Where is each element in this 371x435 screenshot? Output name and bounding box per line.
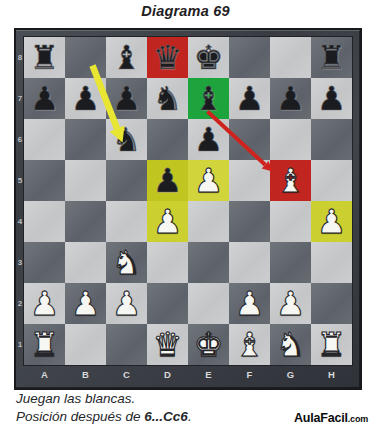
file-label-D: D xyxy=(147,363,188,385)
square-d4[interactable]: ♟ xyxy=(147,201,188,242)
white-bishop-f1: ♝ xyxy=(235,328,265,361)
square-d6[interactable] xyxy=(147,119,188,160)
square-e7[interactable]: ♝ xyxy=(188,78,229,119)
square-a8[interactable]: ♜ xyxy=(24,37,65,78)
square-f6[interactable] xyxy=(229,119,270,160)
square-f1[interactable]: ♝ xyxy=(229,324,270,365)
black-pawn-c7: ♟ xyxy=(112,82,142,115)
file-label-H: H xyxy=(311,363,352,385)
square-c1[interactable] xyxy=(106,324,147,365)
caption: Juegan las blancas. Posición después de … xyxy=(16,390,296,425)
black-pawn-b7: ♟ xyxy=(71,82,101,115)
square-b4[interactable] xyxy=(65,201,106,242)
black-pawn-d5: ♟ xyxy=(153,164,183,197)
square-a3[interactable] xyxy=(24,242,65,283)
file-label-E: E xyxy=(188,363,229,385)
square-f2[interactable]: ♟ xyxy=(229,283,270,324)
square-e1[interactable]: ♚ xyxy=(188,324,229,365)
square-d8[interactable]: ♛ xyxy=(147,37,188,78)
square-d5[interactable]: ♟ xyxy=(147,160,188,201)
black-king-e8: ♚ xyxy=(194,41,224,74)
move-notation: 6...Cc6 xyxy=(144,409,188,424)
white-queen-d1: ♛ xyxy=(153,328,183,361)
square-h5[interactable] xyxy=(311,160,352,201)
board: 87654321 ♜♝♛♚♜♟♟♟♞♝♟♟♟♞♟♟♟♝♟♟♞♟♟♟♟♟♜♛♚♝♞… xyxy=(14,28,362,390)
white-pawn-h4: ♟ xyxy=(317,205,347,238)
square-a4[interactable] xyxy=(24,201,65,242)
square-b5[interactable] xyxy=(65,160,106,201)
black-pawn-g7: ♟ xyxy=(276,82,306,115)
square-g4[interactable] xyxy=(270,201,311,242)
white-pawn-b2: ♟ xyxy=(71,287,101,320)
square-h7[interactable]: ♟ xyxy=(311,78,352,119)
file-labels: ABCDEFGH xyxy=(24,363,352,388)
white-knight-c3: ♞ xyxy=(112,246,142,279)
file-label-A: A xyxy=(24,363,65,385)
square-g1[interactable]: ♞ xyxy=(270,324,311,365)
square-c2[interactable]: ♟ xyxy=(106,283,147,324)
square-e4[interactable] xyxy=(188,201,229,242)
square-h6[interactable] xyxy=(311,119,352,160)
square-a2[interactable]: ♟ xyxy=(24,283,65,324)
square-g7[interactable]: ♟ xyxy=(270,78,311,119)
square-b8[interactable] xyxy=(65,37,106,78)
caption-line2: Posición después de 6...Cc6. xyxy=(16,408,296,426)
file-label-B: B xyxy=(65,363,106,385)
white-rook-h1: ♜ xyxy=(317,328,347,361)
black-knight-c6: ♞ xyxy=(112,123,142,156)
square-a1[interactable]: ♜ xyxy=(24,324,65,365)
rank-label-7: 7 xyxy=(16,78,24,119)
square-d3[interactable] xyxy=(147,242,188,283)
aulafacil-logo: AulaFacil.com xyxy=(294,411,368,425)
square-e5[interactable]: ♟ xyxy=(188,160,229,201)
rank-label-3: 3 xyxy=(16,242,24,283)
square-e2[interactable] xyxy=(188,283,229,324)
white-rook-a1: ♜ xyxy=(30,328,60,361)
black-pawn-e6: ♟ xyxy=(194,123,224,156)
board-squares: ♜♝♛♚♜♟♟♟♞♝♟♟♟♞♟♟♟♝♟♟♞♟♟♟♟♟♜♛♚♝♞♜ xyxy=(24,37,352,365)
square-h1[interactable]: ♜ xyxy=(311,324,352,365)
file-label-F: F xyxy=(229,363,270,385)
black-pawn-h7: ♟ xyxy=(317,82,347,115)
black-bishop-e7: ♝ xyxy=(194,82,224,115)
rank-label-1: 1 xyxy=(16,324,24,365)
rank-label-8: 8 xyxy=(16,37,24,78)
black-rook-h8: ♜ xyxy=(317,41,347,74)
rank-label-4: 4 xyxy=(16,201,24,242)
square-h8[interactable]: ♜ xyxy=(311,37,352,78)
caption-line1: Juegan las blancas. xyxy=(16,390,296,408)
square-f5[interactable] xyxy=(229,160,270,201)
rank-label-6: 6 xyxy=(16,119,24,160)
square-d7[interactable]: ♞ xyxy=(147,78,188,119)
square-e6[interactable]: ♟ xyxy=(188,119,229,160)
square-d2[interactable] xyxy=(147,283,188,324)
square-h4[interactable]: ♟ xyxy=(311,201,352,242)
square-f8[interactable] xyxy=(229,37,270,78)
square-h3[interactable] xyxy=(311,242,352,283)
square-b3[interactable] xyxy=(65,242,106,283)
diagram-title: Diagrama 69 xyxy=(0,3,371,19)
square-f4[interactable] xyxy=(229,201,270,242)
square-g8[interactable] xyxy=(270,37,311,78)
square-b6[interactable] xyxy=(65,119,106,160)
black-bishop-c8: ♝ xyxy=(112,41,142,74)
black-rook-a8: ♜ xyxy=(30,41,60,74)
white-king-e1: ♚ xyxy=(194,328,224,361)
square-b2[interactable]: ♟ xyxy=(65,283,106,324)
rank-label-5: 5 xyxy=(16,160,24,201)
black-queen-d8: ♛ xyxy=(153,41,183,74)
square-h2[interactable] xyxy=(311,283,352,324)
square-a6[interactable] xyxy=(24,119,65,160)
white-pawn-a2: ♟ xyxy=(30,287,60,320)
square-d1[interactable]: ♛ xyxy=(147,324,188,365)
square-b7[interactable]: ♟ xyxy=(65,78,106,119)
square-f7[interactable]: ♟ xyxy=(229,78,270,119)
file-label-G: G xyxy=(270,363,311,385)
white-pawn-d4: ♟ xyxy=(153,205,183,238)
white-pawn-e5: ♟ xyxy=(194,164,224,197)
square-c3[interactable]: ♞ xyxy=(106,242,147,283)
white-pawn-f2: ♟ xyxy=(235,287,265,320)
white-pawn-g2: ♟ xyxy=(276,287,306,320)
square-c5[interactable] xyxy=(106,160,147,201)
white-knight-g1: ♞ xyxy=(276,328,306,361)
square-g2[interactable]: ♟ xyxy=(270,283,311,324)
rank-label-2: 2 xyxy=(16,283,24,324)
black-pawn-f7: ♟ xyxy=(235,82,265,115)
white-bishop-g5: ♝ xyxy=(276,164,306,197)
square-c7[interactable]: ♟ xyxy=(106,78,147,119)
square-c6[interactable]: ♞ xyxy=(106,119,147,160)
white-pawn-c2: ♟ xyxy=(112,287,142,320)
square-a5[interactable] xyxy=(24,160,65,201)
square-e3[interactable] xyxy=(188,242,229,283)
square-c4[interactable] xyxy=(106,201,147,242)
square-g3[interactable] xyxy=(270,242,311,283)
square-e8[interactable]: ♚ xyxy=(188,37,229,78)
square-g5[interactable]: ♝ xyxy=(270,160,311,201)
square-f3[interactable] xyxy=(229,242,270,283)
square-g6[interactable] xyxy=(270,119,311,160)
rank-labels: 87654321 xyxy=(16,37,24,365)
file-label-C: C xyxy=(106,363,147,385)
square-c8[interactable]: ♝ xyxy=(106,37,147,78)
black-pawn-a7: ♟ xyxy=(30,82,60,115)
square-a7[interactable]: ♟ xyxy=(24,78,65,119)
square-b1[interactable] xyxy=(65,324,106,365)
black-knight-d7: ♞ xyxy=(153,82,183,115)
